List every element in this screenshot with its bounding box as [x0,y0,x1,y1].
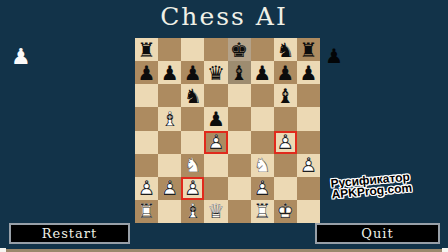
square-f6[interactable] [251,84,274,107]
square-b1[interactable] [158,200,181,223]
piece-white-queen[interactable]: ♛♕ [204,200,227,223]
square-g8[interactable]: ♞ [274,38,297,61]
piece-black-king[interactable]: ♚ [228,38,251,61]
piece-white-bishop[interactable]: ♝♗ [181,200,204,223]
square-c5[interactable] [181,107,204,130]
square-d5[interactable]: ♟ [204,107,227,130]
square-f5[interactable] [251,107,274,130]
bottom-right-corner-mark [442,248,448,252]
square-e7[interactable]: ♝ [228,61,251,84]
square-e8[interactable]: ♚ [228,38,251,61]
square-b7[interactable]: ♟ [158,61,181,84]
square-d3[interactable] [204,154,227,177]
square-a7[interactable]: ♟ [135,61,158,84]
square-c3[interactable]: ♞♘ [181,154,204,177]
square-e1[interactable] [228,200,251,223]
square-h7[interactable]: ♟ [297,61,320,84]
quit-button[interactable]: Quit [315,223,440,244]
square-f7[interactable]: ♟ [251,61,274,84]
square-f1[interactable]: ♜♖ [251,200,274,223]
square-b6[interactable] [158,84,181,107]
piece-white-pawn[interactable]: ♟♙ [297,154,320,177]
square-c7[interactable]: ♟ [181,61,204,84]
square-g6[interactable]: ♝ [274,84,297,107]
piece-white-pawn[interactable]: ♟♙ [274,131,297,154]
square-f8[interactable] [251,38,274,61]
square-e3[interactable] [228,154,251,177]
piece-black-pawn[interactable]: ♟ [204,107,227,130]
square-f2[interactable]: ♟♙ [251,177,274,200]
square-h1[interactable] [297,200,320,223]
piece-black-knight[interactable]: ♞ [274,38,297,61]
restart-button[interactable]: Restart [9,223,130,244]
square-d7[interactable]: ♛ [204,61,227,84]
piece-black-pawn[interactable]: ♟ [297,61,320,84]
piece-white-rook[interactable]: ♜♖ [135,200,158,223]
piece-white-pawn[interactable]: ♟♙ [135,177,158,200]
piece-black-queen[interactable]: ♛ [204,61,227,84]
square-e6[interactable] [228,84,251,107]
square-c1[interactable]: ♝♗ [181,200,204,223]
square-d8[interactable] [204,38,227,61]
piece-black-rook[interactable]: ♜ [297,38,320,61]
square-h4[interactable] [297,131,320,154]
square-b3[interactable] [158,154,181,177]
square-g4[interactable]: ♟♙ [274,131,297,154]
square-a1[interactable]: ♜♖ [135,200,158,223]
square-a4[interactable] [135,131,158,154]
piece-white-pawn[interactable]: ♟♙ [181,177,204,200]
piece-black-pawn[interactable]: ♟ [158,61,181,84]
square-h8[interactable]: ♜ [297,38,320,61]
chess-board: ♜♚♞♜♟♟♟♛♝♟♟♟♞♝♝♗♟♟♙♟♙♞♘♞♘♟♙♟♙♟♙♟♙♟♙♜♖♝♗♛… [135,38,320,223]
square-c8[interactable] [181,38,204,61]
piece-black-pawn[interactable]: ♟ [274,61,297,84]
square-c6[interactable]: ♞ [181,84,204,107]
piece-black-bishop[interactable]: ♝ [274,84,297,107]
piece-white-pawn[interactable]: ♟♙ [251,177,274,200]
piece-white-king[interactable]: ♚♔ [274,200,297,223]
square-a5[interactable] [135,107,158,130]
square-d4[interactable]: ♟♙ [204,131,227,154]
square-f3[interactable]: ♞♘ [251,154,274,177]
page-title: Chess AI [0,2,448,31]
square-b5[interactable]: ♝♗ [158,107,181,130]
piece-black-rook[interactable]: ♜ [135,38,158,61]
square-g7[interactable]: ♟ [274,61,297,84]
piece-black-pawn[interactable]: ♟ [181,61,204,84]
square-c2[interactable]: ♟♙ [181,177,204,200]
square-h6[interactable] [297,84,320,107]
piece-black-pawn[interactable]: ♟ [135,61,158,84]
piece-white-knight[interactable]: ♞♘ [181,154,204,177]
square-f4[interactable] [251,131,274,154]
square-e5[interactable] [228,107,251,130]
square-d6[interactable] [204,84,227,107]
square-g1[interactable]: ♚♔ [274,200,297,223]
square-b2[interactable]: ♟♙ [158,177,181,200]
captured-white-pawn-icon: ♟ [11,46,31,68]
square-c4[interactable] [181,131,204,154]
square-a2[interactable]: ♟♙ [135,177,158,200]
piece-black-pawn[interactable]: ♟ [251,61,274,84]
square-h3[interactable]: ♟♙ [297,154,320,177]
piece-white-pawn[interactable]: ♟♙ [158,177,181,200]
square-d2[interactable] [204,177,227,200]
square-e2[interactable] [228,177,251,200]
square-a6[interactable] [135,84,158,107]
square-h5[interactable] [297,107,320,130]
square-h2[interactable] [297,177,320,200]
captured-black-pawn-icon: ♟ [325,46,343,66]
square-d1[interactable]: ♛♕ [204,200,227,223]
square-e4[interactable] [228,131,251,154]
piece-white-bishop[interactable]: ♝♗ [158,107,181,130]
square-g5[interactable] [274,107,297,130]
square-b8[interactable] [158,38,181,61]
piece-white-pawn[interactable]: ♟♙ [204,131,227,154]
square-a3[interactable] [135,154,158,177]
piece-white-rook[interactable]: ♜♖ [251,200,274,223]
piece-white-knight[interactable]: ♞♘ [251,154,274,177]
square-g3[interactable] [274,154,297,177]
piece-black-bishop[interactable]: ♝ [228,61,251,84]
watermark: Русификатор APKProg.com [330,172,412,201]
square-b4[interactable] [158,131,181,154]
square-a8[interactable]: ♜ [135,38,158,61]
piece-black-knight[interactable]: ♞ [181,84,204,107]
square-g2[interactable] [274,177,297,200]
bottom-left-corner-mark [0,248,6,252]
